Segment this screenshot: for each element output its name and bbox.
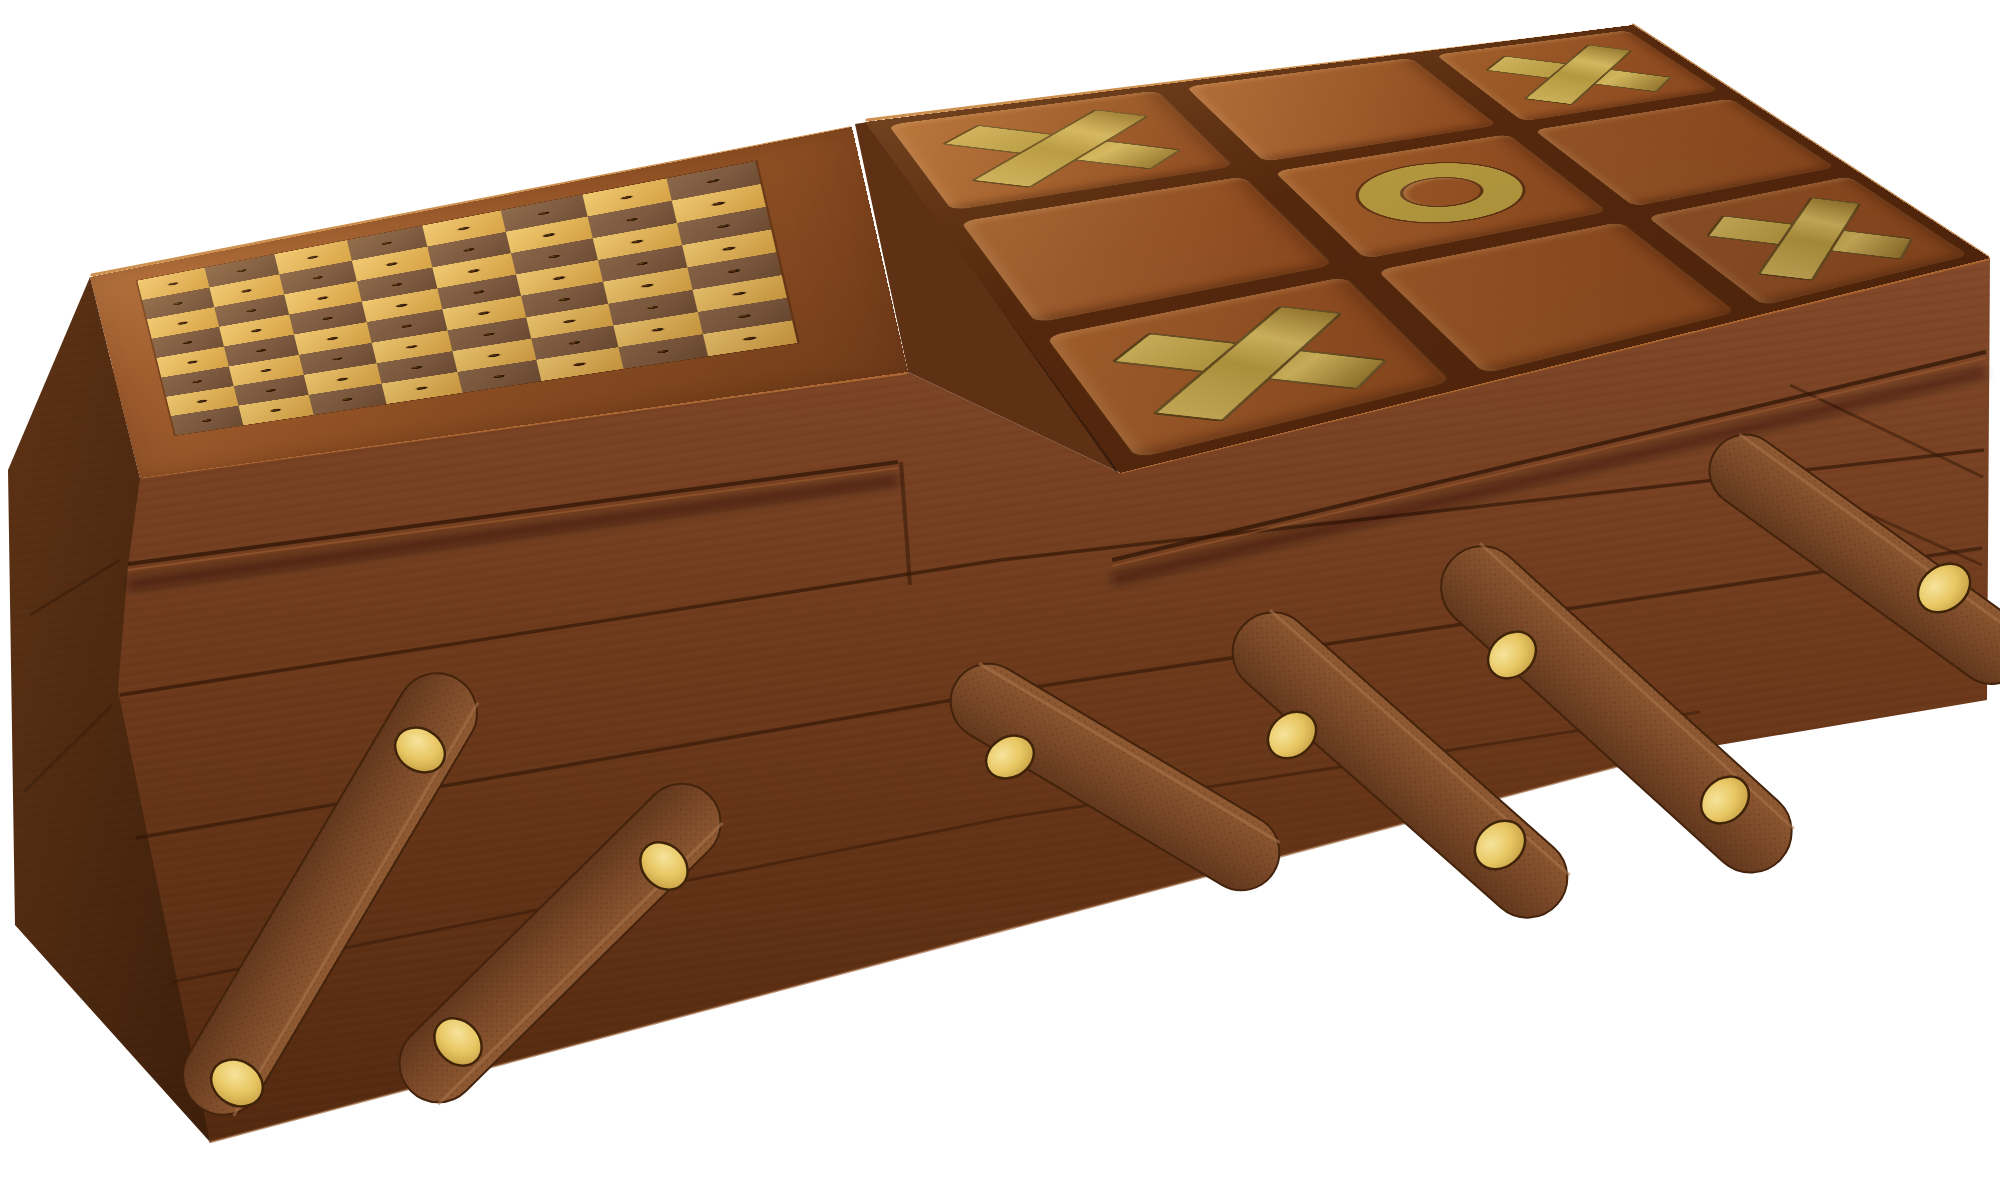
cantilever-arm [937,650,1294,905]
cantilever-arm [383,768,736,1119]
product-photo-scene [0,0,2000,1202]
cantilever-arm [1695,420,2000,698]
cantilever-arms [0,0,2000,1202]
